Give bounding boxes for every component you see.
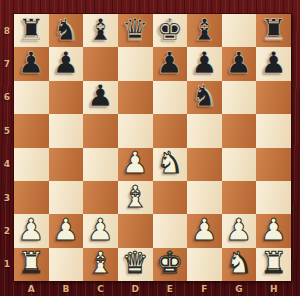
square-d3[interactable]: ♝ bbox=[118, 181, 153, 214]
square-b8[interactable]: ♞ bbox=[49, 14, 84, 47]
square-h3[interactable] bbox=[256, 181, 291, 214]
square-g3[interactable] bbox=[222, 181, 257, 214]
piece-black-pawn[interactable]: ♟ bbox=[87, 81, 114, 111]
square-f5[interactable] bbox=[187, 114, 222, 147]
square-d5[interactable] bbox=[118, 114, 153, 147]
piece-white-pawn[interactable]: ♟ bbox=[52, 215, 79, 245]
square-d6[interactable] bbox=[118, 81, 153, 114]
piece-white-pawn[interactable]: ♟ bbox=[18, 215, 45, 245]
square-f3[interactable] bbox=[187, 181, 222, 214]
rank-label-8: 8 bbox=[0, 14, 14, 47]
square-d4[interactable]: ♟ bbox=[118, 148, 153, 181]
piece-white-bishop[interactable]: ♝ bbox=[122, 182, 149, 212]
square-a4[interactable] bbox=[14, 148, 49, 181]
file-label-g: G bbox=[222, 281, 257, 296]
square-g7[interactable]: ♟ bbox=[222, 47, 257, 80]
square-a6[interactable] bbox=[14, 81, 49, 114]
rank-label-2: 2 bbox=[0, 214, 14, 247]
square-b6[interactable] bbox=[49, 81, 84, 114]
piece-white-bishop[interactable]: ♝ bbox=[87, 248, 114, 278]
square-b4[interactable] bbox=[49, 148, 84, 181]
piece-black-rook[interactable]: ♜ bbox=[18, 15, 45, 45]
piece-white-pawn[interactable]: ♟ bbox=[191, 215, 218, 245]
piece-black-bishop[interactable]: ♝ bbox=[191, 15, 218, 45]
piece-black-king[interactable]: ♚ bbox=[156, 15, 183, 45]
square-c8[interactable]: ♝ bbox=[83, 14, 118, 47]
chess-board[interactable]: ♜♞♝♛♚♝♜♟♟♟♟♟♟♟♞♟♞♝♟♟♟♟♟♟♜♝♛♚♞♜ bbox=[14, 14, 291, 281]
piece-black-pawn[interactable]: ♟ bbox=[260, 48, 287, 78]
piece-white-pawn[interactable]: ♟ bbox=[87, 215, 114, 245]
piece-black-pawn[interactable]: ♟ bbox=[18, 48, 45, 78]
piece-white-queen[interactable]: ♛ bbox=[122, 248, 149, 278]
piece-white-pawn[interactable]: ♟ bbox=[122, 148, 149, 178]
square-a8[interactable]: ♜ bbox=[14, 14, 49, 47]
square-a1[interactable]: ♜ bbox=[14, 248, 49, 281]
square-e7[interactable]: ♟ bbox=[153, 47, 188, 80]
square-b3[interactable] bbox=[49, 181, 84, 214]
square-a2[interactable]: ♟ bbox=[14, 214, 49, 247]
square-h6[interactable] bbox=[256, 81, 291, 114]
piece-white-pawn[interactable]: ♟ bbox=[226, 215, 253, 245]
square-g4[interactable] bbox=[222, 148, 257, 181]
square-d8[interactable]: ♛ bbox=[118, 14, 153, 47]
file-label-d: D bbox=[118, 281, 153, 296]
square-a7[interactable]: ♟ bbox=[14, 47, 49, 80]
square-c1[interactable]: ♝ bbox=[83, 248, 118, 281]
square-d7[interactable] bbox=[118, 47, 153, 80]
square-f2[interactable]: ♟ bbox=[187, 214, 222, 247]
square-a5[interactable] bbox=[14, 114, 49, 147]
square-e1[interactable]: ♚ bbox=[153, 248, 188, 281]
square-f8[interactable]: ♝ bbox=[187, 14, 222, 47]
rank-labels: 87654321 bbox=[0, 14, 14, 281]
chess-diagram-frame: 87654321 ♜♞♝♛♚♝♜♟♟♟♟♟♟♟♞♟♞♝♟♟♟♟♟♟♜♝♛♚♞♜ … bbox=[0, 0, 300, 296]
piece-black-bishop[interactable]: ♝ bbox=[87, 15, 114, 45]
file-label-a: A bbox=[14, 281, 49, 296]
file-label-h: H bbox=[256, 281, 291, 296]
square-g2[interactable]: ♟ bbox=[222, 214, 257, 247]
square-g5[interactable] bbox=[222, 114, 257, 147]
square-c5[interactable] bbox=[83, 114, 118, 147]
square-e6[interactable] bbox=[153, 81, 188, 114]
piece-black-pawn[interactable]: ♟ bbox=[52, 48, 79, 78]
rank-label-5: 5 bbox=[0, 114, 14, 147]
square-h7[interactable]: ♟ bbox=[256, 47, 291, 80]
square-a3[interactable] bbox=[14, 181, 49, 214]
square-f1[interactable] bbox=[187, 248, 222, 281]
square-f4[interactable] bbox=[187, 148, 222, 181]
rank-label-7: 7 bbox=[0, 47, 14, 80]
file-label-c: C bbox=[83, 281, 118, 296]
piece-black-pawn[interactable]: ♟ bbox=[191, 48, 218, 78]
square-g8[interactable] bbox=[222, 14, 257, 47]
square-b1[interactable] bbox=[49, 248, 84, 281]
piece-white-king[interactable]: ♚ bbox=[156, 248, 183, 278]
square-g6[interactable] bbox=[222, 81, 257, 114]
piece-white-rook[interactable]: ♜ bbox=[18, 248, 45, 278]
square-h4[interactable] bbox=[256, 148, 291, 181]
piece-white-knight[interactable]: ♞ bbox=[226, 248, 253, 278]
square-h2[interactable]: ♟ bbox=[256, 214, 291, 247]
square-e5[interactable] bbox=[153, 114, 188, 147]
square-d2[interactable] bbox=[118, 214, 153, 247]
square-b5[interactable] bbox=[49, 114, 84, 147]
piece-black-queen[interactable]: ♛ bbox=[122, 15, 149, 45]
square-b7[interactable]: ♟ bbox=[49, 47, 84, 80]
square-c2[interactable]: ♟ bbox=[83, 214, 118, 247]
square-f6[interactable]: ♞ bbox=[187, 81, 222, 114]
piece-white-knight[interactable]: ♞ bbox=[156, 148, 183, 178]
square-h8[interactable]: ♜ bbox=[256, 14, 291, 47]
piece-black-pawn[interactable]: ♟ bbox=[156, 48, 183, 78]
file-label-e: E bbox=[153, 281, 188, 296]
square-e8[interactable]: ♚ bbox=[153, 14, 188, 47]
piece-black-pawn[interactable]: ♟ bbox=[226, 48, 253, 78]
square-c3[interactable] bbox=[83, 181, 118, 214]
square-e3[interactable] bbox=[153, 181, 188, 214]
file-label-b: B bbox=[49, 281, 84, 296]
rank-label-4: 4 bbox=[0, 148, 14, 181]
square-h1[interactable]: ♜ bbox=[256, 248, 291, 281]
square-e2[interactable] bbox=[153, 214, 188, 247]
file-label-f: F bbox=[187, 281, 222, 296]
square-g1[interactable]: ♞ bbox=[222, 248, 257, 281]
square-b2[interactable]: ♟ bbox=[49, 214, 84, 247]
rank-label-1: 1 bbox=[0, 248, 14, 281]
rank-label-6: 6 bbox=[0, 81, 14, 114]
piece-white-rook[interactable]: ♜ bbox=[260, 248, 287, 278]
file-labels: ABCDEFGH bbox=[14, 281, 291, 296]
square-c6[interactable]: ♟ bbox=[83, 81, 118, 114]
piece-black-knight[interactable]: ♞ bbox=[191, 81, 218, 111]
square-f7[interactable]: ♟ bbox=[187, 47, 222, 80]
rank-label-3: 3 bbox=[0, 181, 14, 214]
square-c4[interactable] bbox=[83, 148, 118, 181]
piece-black-rook[interactable]: ♜ bbox=[260, 15, 287, 45]
piece-white-pawn[interactable]: ♟ bbox=[260, 215, 287, 245]
piece-black-knight[interactable]: ♞ bbox=[52, 15, 79, 45]
square-c7[interactable] bbox=[83, 47, 118, 80]
square-h5[interactable] bbox=[256, 114, 291, 147]
square-e4[interactable]: ♞ bbox=[153, 148, 188, 181]
square-d1[interactable]: ♛ bbox=[118, 248, 153, 281]
